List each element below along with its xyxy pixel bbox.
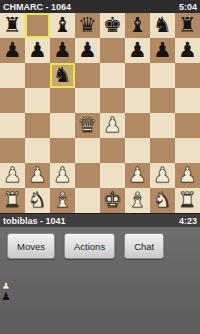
- square-f6[interactable]: [125, 63, 150, 88]
- control-panel: Moves Actions Chat ♟♟: [0, 227, 200, 334]
- piece-black-pawn: ♟: [78, 38, 97, 63]
- square-h5[interactable]: [175, 88, 200, 113]
- piece-black-bishop: ♝: [53, 13, 72, 38]
- square-h1[interactable]: ♜: [175, 188, 200, 213]
- square-h3[interactable]: [175, 138, 200, 163]
- actions-button[interactable]: Actions: [64, 233, 115, 259]
- square-c4[interactable]: [50, 113, 75, 138]
- opponent-clock: 5:04: [179, 2, 197, 12]
- square-a8[interactable]: ♜: [0, 13, 25, 38]
- piece-black-knight: ♞: [153, 13, 172, 38]
- piece-white-pawn: ♟: [153, 163, 172, 188]
- piece-white-knight: ♞: [28, 188, 47, 213]
- square-e8[interactable]: ♚: [100, 13, 125, 38]
- square-g4[interactable]: [150, 113, 175, 138]
- opponent-name-rating: CHMARC - 1064: [3, 2, 71, 12]
- square-e1[interactable]: ♚: [100, 188, 125, 213]
- square-e7[interactable]: [100, 38, 125, 63]
- piece-white-rook: ♜: [178, 188, 197, 213]
- square-e6[interactable]: [100, 63, 125, 88]
- square-e3[interactable]: [100, 138, 125, 163]
- square-b6[interactable]: [25, 63, 50, 88]
- player-name-rating: tobiblas - 1041: [3, 216, 66, 226]
- square-g6[interactable]: [150, 63, 175, 88]
- piece-black-knight: ♞: [53, 63, 72, 88]
- square-c6[interactable]: ♞: [50, 63, 75, 88]
- piece-black-pawn: ♟: [28, 38, 47, 63]
- square-d6[interactable]: [75, 63, 100, 88]
- piece-white-rook: ♜: [3, 188, 22, 213]
- square-f1[interactable]: ♝: [125, 188, 150, 213]
- square-h2[interactable]: ♟: [175, 163, 200, 188]
- square-b8[interactable]: [25, 13, 50, 38]
- piece-white-pawn: ♟: [103, 113, 122, 138]
- square-g7[interactable]: ♟: [150, 38, 175, 63]
- piece-black-rook: ♜: [178, 13, 197, 38]
- square-d2[interactable]: [75, 163, 100, 188]
- piece-black-pawn: ♟: [178, 38, 197, 63]
- square-f3[interactable]: [125, 138, 150, 163]
- square-a5[interactable]: [0, 88, 25, 113]
- moves-button[interactable]: Moves: [7, 233, 55, 259]
- piece-black-queen: ♛: [78, 13, 97, 38]
- piece-black-pawn: ♟: [3, 38, 22, 63]
- square-f8[interactable]: ♝: [125, 13, 150, 38]
- piece-white-pawn: ♟: [53, 163, 72, 188]
- piece-white-bishop: ♝: [128, 188, 147, 213]
- square-b1[interactable]: ♞: [25, 188, 50, 213]
- square-f5[interactable]: [125, 88, 150, 113]
- square-a1[interactable]: ♜: [0, 188, 25, 213]
- captured-black-pawn-icon: ♟: [1, 291, 11, 302]
- square-c8[interactable]: ♝: [50, 13, 75, 38]
- piece-white-bishop: ♝: [53, 188, 72, 213]
- player-clock: 4:23: [179, 216, 197, 226]
- square-a7[interactable]: ♟: [0, 38, 25, 63]
- square-b5[interactable]: [25, 88, 50, 113]
- square-a6[interactable]: [0, 63, 25, 88]
- piece-white-pawn: ♟: [128, 163, 147, 188]
- square-b7[interactable]: ♟: [25, 38, 50, 63]
- square-d3[interactable]: [75, 138, 100, 163]
- square-b3[interactable]: [25, 138, 50, 163]
- piece-white-pawn: ♟: [3, 163, 22, 188]
- square-h7[interactable]: ♟: [175, 38, 200, 63]
- player-bar: tobiblas - 1041 4:23: [0, 213, 200, 227]
- square-a3[interactable]: [0, 138, 25, 163]
- square-e2[interactable]: [100, 163, 125, 188]
- square-g1[interactable]: ♞: [150, 188, 175, 213]
- square-e5[interactable]: [100, 88, 125, 113]
- opponent-bar: CHMARC - 1064 5:04: [0, 0, 200, 13]
- square-c5[interactable]: [50, 88, 75, 113]
- chess-app-screen: CHMARC - 1064 5:04 ♜♝♛♚♝♞♜♟♟♟♟♟♟♟♞♛♟♟♟♟♟…: [0, 0, 200, 334]
- chat-button[interactable]: Chat: [124, 233, 164, 259]
- piece-black-pawn: ♟: [128, 38, 147, 63]
- square-c1[interactable]: ♝: [50, 188, 75, 213]
- square-h6[interactable]: [175, 63, 200, 88]
- square-d7[interactable]: ♟: [75, 38, 100, 63]
- square-d8[interactable]: ♛: [75, 13, 100, 38]
- square-b2[interactable]: ♟: [25, 163, 50, 188]
- piece-white-king: ♚: [103, 188, 122, 213]
- piece-white-pawn: ♟: [178, 163, 197, 188]
- square-g8[interactable]: ♞: [150, 13, 175, 38]
- square-c7[interactable]: ♟: [50, 38, 75, 63]
- square-a2[interactable]: ♟: [0, 163, 25, 188]
- captured-pieces-tray: ♟♟: [1, 280, 11, 302]
- square-h8[interactable]: ♜: [175, 13, 200, 38]
- square-d4[interactable]: ♛: [75, 113, 100, 138]
- piece-white-pawn: ♟: [28, 163, 47, 188]
- chess-board[interactable]: ♜♝♛♚♝♞♜♟♟♟♟♟♟♟♞♛♟♟♟♟♟♟♟♜♞♝♚♝♞♜: [0, 13, 200, 213]
- square-c2[interactable]: ♟: [50, 163, 75, 188]
- square-g3[interactable]: [150, 138, 175, 163]
- piece-white-queen: ♛: [78, 113, 97, 138]
- piece-white-knight: ♞: [153, 188, 172, 213]
- piece-black-pawn: ♟: [153, 38, 172, 63]
- square-g5[interactable]: [150, 88, 175, 113]
- square-f2[interactable]: ♟: [125, 163, 150, 188]
- button-row: Moves Actions Chat: [0, 227, 200, 259]
- square-f7[interactable]: ♟: [125, 38, 150, 63]
- piece-black-pawn: ♟: [53, 38, 72, 63]
- square-f4[interactable]: [125, 113, 150, 138]
- piece-black-bishop: ♝: [128, 13, 147, 38]
- square-d1[interactable]: [75, 188, 100, 213]
- square-d5[interactable]: [75, 88, 100, 113]
- piece-black-king: ♚: [103, 13, 122, 38]
- square-e4[interactable]: ♟: [100, 113, 125, 138]
- piece-black-rook: ♜: [3, 13, 22, 38]
- square-g2[interactable]: ♟: [150, 163, 175, 188]
- square-h4[interactable]: [175, 113, 200, 138]
- square-a4[interactable]: [0, 113, 25, 138]
- square-c3[interactable]: [50, 138, 75, 163]
- square-b4[interactable]: [25, 113, 50, 138]
